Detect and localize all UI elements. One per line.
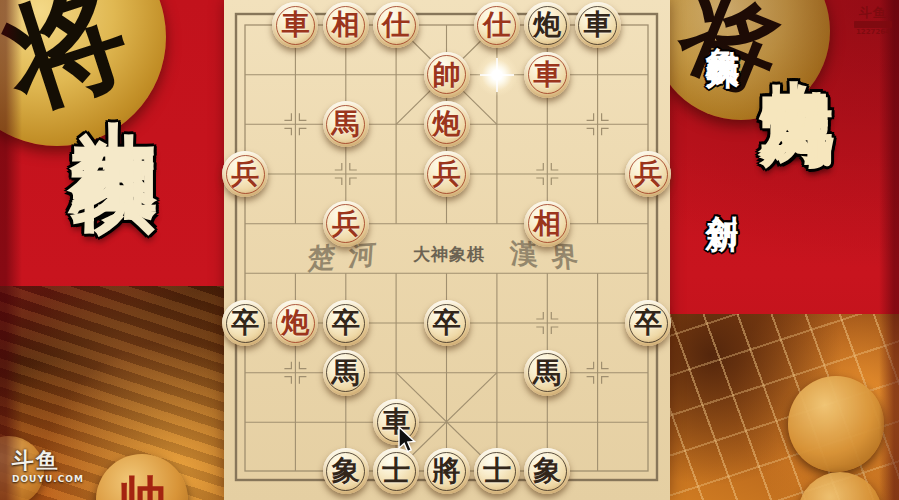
- xiangqi-board[interactable]: 楚河 漢界 大神象棋 車相仕仕炮車帥車馬炮兵兵兵兵相卒炮卒卒卒馬馬車象士將士象: [224, 0, 670, 500]
- piece-red-馬[interactable]: 馬: [323, 101, 369, 147]
- piece-glyph: 馬: [533, 350, 561, 396]
- piece-glyph: 兵: [433, 151, 461, 197]
- piece-glyph: 將: [433, 448, 461, 494]
- douyu-logo-text: 斗鱼: [852, 6, 894, 19]
- piece-glyph: 相: [332, 2, 360, 48]
- piece-glyph: 帥: [433, 52, 461, 98]
- piece-glyph: 士: [483, 448, 511, 494]
- piece-glyph: 馬: [332, 101, 360, 147]
- piece-glyph: 相: [533, 201, 561, 247]
- piece-black-卒[interactable]: 卒: [424, 300, 470, 346]
- room-number: 1227264: [852, 29, 894, 36]
- douyu-logo-text: 斗鱼: [12, 450, 84, 472]
- piece-red-仕[interactable]: 仕: [474, 2, 520, 48]
- piece-glyph: 兵: [634, 151, 662, 197]
- piece-glyph: 仕: [483, 2, 511, 48]
- piece-red-帥[interactable]: 帥: [424, 52, 470, 98]
- piece-glyph: 車: [584, 2, 612, 48]
- board-watermark: 大神象棋: [413, 243, 485, 266]
- piece-black-士[interactable]: 士: [373, 448, 419, 494]
- piece-glyph: 車: [281, 2, 309, 48]
- piece-black-車[interactable]: 車: [575, 2, 621, 48]
- piece-black-象[interactable]: 象: [323, 448, 369, 494]
- piece-red-兵[interactable]: 兵: [625, 151, 671, 197]
- piece-glyph: 象: [533, 448, 561, 494]
- piece-glyph: 車: [533, 52, 561, 98]
- piece-black-士[interactable]: 士: [474, 448, 520, 494]
- piece-red-仕[interactable]: 仕: [373, 2, 419, 48]
- piece-glyph: 炮: [281, 300, 309, 346]
- douyu-logo-url: DOUYU.COM: [12, 475, 84, 484]
- piece-glyph: 卒: [231, 300, 259, 346]
- right-banner-title: 中炮对屏风马: [748, 20, 848, 50]
- piece-black-馬[interactable]: 馬: [323, 350, 369, 396]
- douyu-watermark-top-right: 斗鱼 1227264: [852, 6, 894, 36]
- mouse-cursor: [398, 426, 418, 454]
- piece-glyph: 炮: [433, 101, 461, 147]
- piece-glyph: 象: [332, 448, 360, 494]
- piece-red-車[interactable]: 車: [524, 52, 570, 98]
- piece-red-相[interactable]: 相: [323, 2, 369, 48]
- piece-black-卒[interactable]: 卒: [323, 300, 369, 346]
- piece-glyph: 兵: [332, 201, 360, 247]
- piece-glyph: 馬: [332, 350, 360, 396]
- calligraphy-jiang: 将: [662, 0, 800, 123]
- piece-black-卒[interactable]: 卒: [222, 300, 268, 346]
- piece-red-兵[interactable]: 兵: [323, 201, 369, 247]
- background-photo-bottom-right: [670, 314, 899, 500]
- last-move-sparkle: [475, 53, 519, 97]
- douyu-logo-bottom-left: 斗鱼 DOUYU.COM: [12, 450, 84, 484]
- piece-red-相[interactable]: 相: [524, 201, 570, 247]
- left-banner-title: 大神象棋: [56, 50, 175, 86]
- piece-red-炮[interactable]: 炮: [424, 101, 470, 147]
- piece-glyph: 兵: [231, 151, 259, 197]
- right-subtitle-2: 创新: [699, 188, 744, 194]
- piece-black-炮[interactable]: 炮: [524, 2, 570, 48]
- piece-red-兵[interactable]: 兵: [424, 151, 470, 197]
- douyu-logo-bar: [854, 21, 892, 28]
- piece-glyph: 士: [382, 448, 410, 494]
- photo-piece-blurred: [788, 376, 884, 472]
- piece-black-將[interactable]: 將: [424, 448, 470, 494]
- piece-red-兵[interactable]: 兵: [222, 151, 268, 197]
- piece-glyph: 炮: [533, 2, 561, 48]
- piece-glyph: 仕: [382, 2, 410, 48]
- photo-piece-blurred: [798, 472, 882, 500]
- piece-glyph: 卒: [332, 300, 360, 346]
- piece-black-馬[interactable]: 馬: [524, 350, 570, 396]
- piece-black-卒[interactable]: 卒: [625, 300, 671, 346]
- piece-glyph: 卒: [634, 300, 662, 346]
- piece-glyph: 卒: [433, 300, 461, 346]
- stream-stage: 帅 将 将 楚河 漢界 大神象棋 車相仕仕炮車帥車馬炮兵兵兵兵相卒炮卒卒卒馬馬車…: [0, 0, 899, 500]
- piece-black-象[interactable]: 象: [524, 448, 570, 494]
- right-subtitle: 象棋大师: [700, 20, 746, 32]
- decor-wooden-piece-topright: 将: [652, 0, 830, 120]
- photo-piece-shuai: 帅: [96, 454, 188, 500]
